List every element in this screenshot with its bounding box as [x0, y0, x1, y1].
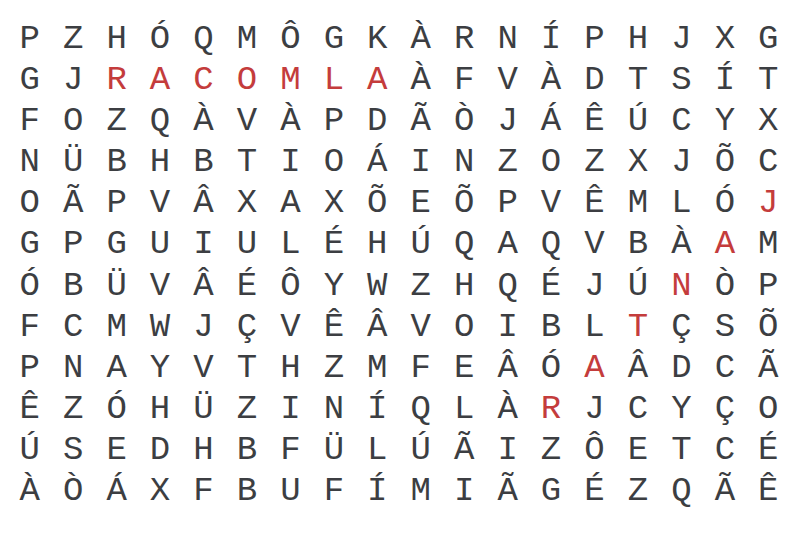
- grid-cell[interactable]: P: [747, 265, 790, 306]
- grid-cell[interactable]: Ó: [8, 265, 51, 306]
- grid-cell[interactable]: O: [8, 183, 51, 224]
- grid-cell[interactable]: Á: [356, 142, 399, 183]
- grid-cell[interactable]: G: [95, 224, 138, 265]
- grid-cell[interactable]: M: [269, 59, 312, 100]
- grid-cell[interactable]: P: [312, 100, 355, 141]
- grid-cell[interactable]: Q: [529, 224, 572, 265]
- grid-cell[interactable]: J: [747, 183, 790, 224]
- grid-cell[interactable]: C: [703, 347, 746, 388]
- grid-cell[interactable]: U: [225, 224, 268, 265]
- grid-cell[interactable]: X: [225, 183, 268, 224]
- grid-cell[interactable]: M: [356, 347, 399, 388]
- grid-cell[interactable]: B: [51, 265, 94, 306]
- grid-cell[interactable]: Í: [703, 59, 746, 100]
- grid-cell[interactable]: É: [747, 430, 790, 471]
- grid-cell[interactable]: À: [8, 471, 51, 512]
- grid-cell[interactable]: F: [442, 59, 485, 100]
- grid-cell[interactable]: P: [486, 183, 529, 224]
- grid-cell[interactable]: Ó: [95, 389, 138, 430]
- grid-cell[interactable]: D: [573, 59, 616, 100]
- grid-cell[interactable]: S: [51, 430, 94, 471]
- grid-cell[interactable]: Ü: [312, 430, 355, 471]
- grid-cell[interactable]: Q: [182, 18, 225, 59]
- grid-cell[interactable]: Â: [356, 306, 399, 347]
- grid-cell[interactable]: C: [51, 306, 94, 347]
- grid-cell[interactable]: À: [529, 59, 572, 100]
- grid-cell[interactable]: G: [8, 224, 51, 265]
- grid-cell[interactable]: X: [312, 183, 355, 224]
- grid-cell[interactable]: Z: [399, 265, 442, 306]
- grid-cell[interactable]: Ô: [269, 265, 312, 306]
- grid-cell[interactable]: Ã: [51, 183, 94, 224]
- grid-cell[interactable]: K: [356, 18, 399, 59]
- grid-cell[interactable]: Z: [51, 18, 94, 59]
- grid-cell[interactable]: V: [529, 183, 572, 224]
- grid-cell[interactable]: D: [138, 430, 181, 471]
- grid-cell[interactable]: B: [182, 142, 225, 183]
- grid-cell[interactable]: H: [269, 347, 312, 388]
- grid-cell[interactable]: E: [616, 430, 659, 471]
- grid-cell[interactable]: X: [138, 471, 181, 512]
- grid-cell[interactable]: H: [616, 18, 659, 59]
- grid-cell[interactable]: T: [225, 347, 268, 388]
- grid-cell[interactable]: R: [442, 18, 485, 59]
- grid-cell[interactable]: É: [529, 265, 572, 306]
- grid-cell[interactable]: I: [486, 430, 529, 471]
- grid-cell[interactable]: L: [356, 430, 399, 471]
- grid-cell[interactable]: R: [529, 389, 572, 430]
- grid-cell[interactable]: I: [269, 142, 312, 183]
- grid-cell[interactable]: F: [312, 471, 355, 512]
- grid-cell[interactable]: Q: [138, 100, 181, 141]
- grid-cell[interactable]: Ê: [573, 100, 616, 141]
- grid-cell[interactable]: I: [486, 306, 529, 347]
- grid-cell[interactable]: I: [182, 224, 225, 265]
- grid-cell[interactable]: A: [486, 224, 529, 265]
- grid-cell[interactable]: Y: [138, 347, 181, 388]
- grid-cell[interactable]: Z: [95, 100, 138, 141]
- grid-cell[interactable]: O: [529, 142, 572, 183]
- grid-cell[interactable]: H: [182, 430, 225, 471]
- grid-cell[interactable]: R: [95, 59, 138, 100]
- grid-cell[interactable]: É: [573, 471, 616, 512]
- grid-cell[interactable]: X: [703, 18, 746, 59]
- grid-cell[interactable]: S: [660, 59, 703, 100]
- grid-cell[interactable]: N: [660, 265, 703, 306]
- grid-cell[interactable]: Y: [660, 389, 703, 430]
- grid-cell[interactable]: Ó: [703, 183, 746, 224]
- grid-cell[interactable]: J: [51, 59, 94, 100]
- grid-cell[interactable]: À: [269, 100, 312, 141]
- grid-cell[interactable]: W: [138, 306, 181, 347]
- grid-cell[interactable]: M: [95, 306, 138, 347]
- grid-cell[interactable]: A: [95, 347, 138, 388]
- grid-cell[interactable]: Ê: [573, 183, 616, 224]
- grid-cell[interactable]: Z: [573, 142, 616, 183]
- grid-cell[interactable]: W: [356, 265, 399, 306]
- grid-cell[interactable]: V: [138, 265, 181, 306]
- grid-cell[interactable]: D: [356, 100, 399, 141]
- grid-cell[interactable]: F: [8, 100, 51, 141]
- grid-cell[interactable]: P: [8, 18, 51, 59]
- grid-cell[interactable]: Í: [529, 18, 572, 59]
- grid-cell[interactable]: B: [225, 471, 268, 512]
- grid-cell[interactable]: O: [225, 59, 268, 100]
- grid-cell[interactable]: B: [95, 142, 138, 183]
- grid-cell[interactable]: A: [573, 347, 616, 388]
- grid-cell[interactable]: É: [225, 265, 268, 306]
- grid-cell[interactable]: Á: [529, 100, 572, 141]
- grid-cell[interactable]: F: [269, 430, 312, 471]
- grid-cell[interactable]: A: [703, 224, 746, 265]
- grid-cell[interactable]: M: [616, 183, 659, 224]
- grid-cell[interactable]: Q: [660, 471, 703, 512]
- grid-cell[interactable]: Ú: [616, 265, 659, 306]
- grid-cell[interactable]: T: [225, 142, 268, 183]
- grid-cell[interactable]: P: [8, 347, 51, 388]
- grid-cell[interactable]: C: [703, 430, 746, 471]
- grid-cell[interactable]: Z: [486, 142, 529, 183]
- grid-cell[interactable]: P: [51, 224, 94, 265]
- grid-cell[interactable]: E: [442, 347, 485, 388]
- grid-cell[interactable]: Z: [312, 347, 355, 388]
- grid-cell[interactable]: J: [660, 142, 703, 183]
- grid-cell[interactable]: A: [356, 59, 399, 100]
- grid-cell[interactable]: O: [747, 389, 790, 430]
- grid-cell[interactable]: H: [138, 142, 181, 183]
- grid-cell[interactable]: P: [95, 183, 138, 224]
- grid-cell[interactable]: G: [529, 471, 572, 512]
- grid-cell[interactable]: X: [747, 100, 790, 141]
- grid-cell[interactable]: Â: [182, 265, 225, 306]
- grid-cell[interactable]: Ú: [399, 430, 442, 471]
- word-search-grid: PZHÓQMÔGKÀRNÍPHJXGGJRACOMLAÀFVÀDTSÍTFOZQ…: [8, 18, 790, 512]
- grid-cell[interactable]: H: [138, 389, 181, 430]
- grid-cell[interactable]: N: [486, 18, 529, 59]
- grid-cell[interactable]: Ò: [51, 471, 94, 512]
- grid-cell[interactable]: Z: [529, 430, 572, 471]
- grid-cell[interactable]: M: [225, 18, 268, 59]
- grid-cell[interactable]: N: [8, 142, 51, 183]
- grid-cell[interactable]: Ó: [138, 18, 181, 59]
- grid-cell[interactable]: L: [269, 224, 312, 265]
- grid-cell[interactable]: À: [399, 59, 442, 100]
- grid-cell[interactable]: U: [269, 471, 312, 512]
- grid-cell[interactable]: Ã: [399, 100, 442, 141]
- grid-cell[interactable]: A: [269, 183, 312, 224]
- grid-cell[interactable]: I: [269, 389, 312, 430]
- grid-cell[interactable]: M: [399, 471, 442, 512]
- grid-cell[interactable]: Â: [616, 347, 659, 388]
- grid-cell[interactable]: Í: [356, 389, 399, 430]
- grid-cell[interactable]: O: [442, 306, 485, 347]
- grid-cell[interactable]: H: [442, 265, 485, 306]
- grid-cell[interactable]: Ü: [51, 142, 94, 183]
- grid-cell[interactable]: B: [529, 306, 572, 347]
- grid-cell[interactable]: À: [486, 389, 529, 430]
- grid-cell[interactable]: Ó: [529, 347, 572, 388]
- grid-cell[interactable]: E: [95, 430, 138, 471]
- grid-cell[interactable]: Á: [95, 471, 138, 512]
- grid-cell[interactable]: Ã: [442, 430, 485, 471]
- grid-cell[interactable]: U: [138, 224, 181, 265]
- grid-cell[interactable]: S: [703, 306, 746, 347]
- grid-cell[interactable]: À: [399, 18, 442, 59]
- grid-cell[interactable]: G: [312, 18, 355, 59]
- grid-cell[interactable]: X: [616, 142, 659, 183]
- grid-cell[interactable]: V: [269, 306, 312, 347]
- grid-cell[interactable]: Q: [486, 265, 529, 306]
- grid-cell[interactable]: O: [51, 100, 94, 141]
- grid-cell[interactable]: F: [8, 306, 51, 347]
- grid-cell[interactable]: Ü: [182, 389, 225, 430]
- grid-cell[interactable]: O: [312, 142, 355, 183]
- grid-cell[interactable]: Ê: [312, 306, 355, 347]
- grid-cell[interactable]: V: [225, 100, 268, 141]
- grid-cell[interactable]: Â: [486, 347, 529, 388]
- grid-cell[interactable]: V: [573, 224, 616, 265]
- grid-cell[interactable]: M: [747, 224, 790, 265]
- grid-cell[interactable]: I: [442, 471, 485, 512]
- grid-cell[interactable]: Ç: [660, 306, 703, 347]
- grid-cell[interactable]: B: [225, 430, 268, 471]
- grid-cell[interactable]: Â: [182, 183, 225, 224]
- grid-cell[interactable]: Ô: [269, 18, 312, 59]
- grid-cell[interactable]: C: [616, 389, 659, 430]
- grid-cell[interactable]: J: [573, 265, 616, 306]
- grid-cell[interactable]: H: [356, 224, 399, 265]
- grid-cell[interactable]: Ú: [399, 224, 442, 265]
- grid-cell[interactable]: Ü: [95, 265, 138, 306]
- grid-cell[interactable]: À: [660, 224, 703, 265]
- grid-cell[interactable]: Ã: [703, 471, 746, 512]
- grid-cell[interactable]: F: [399, 347, 442, 388]
- grid-cell[interactable]: Q: [442, 224, 485, 265]
- grid-cell[interactable]: Õ: [703, 142, 746, 183]
- grid-cell[interactable]: L: [573, 306, 616, 347]
- grid-cell[interactable]: Ú: [8, 430, 51, 471]
- grid-cell[interactable]: A: [138, 59, 181, 100]
- grid-cell[interactable]: Z: [51, 389, 94, 430]
- grid-cell[interactable]: T: [747, 59, 790, 100]
- grid-cell[interactable]: J: [486, 100, 529, 141]
- grid-cell[interactable]: Q: [399, 389, 442, 430]
- grid-cell[interactable]: J: [573, 389, 616, 430]
- grid-cell[interactable]: E: [399, 183, 442, 224]
- grid-cell[interactable]: Ò: [703, 265, 746, 306]
- grid-cell[interactable]: N: [51, 347, 94, 388]
- grid-cell[interactable]: Y: [312, 265, 355, 306]
- grid-cell[interactable]: F: [182, 471, 225, 512]
- grid-cell[interactable]: L: [442, 389, 485, 430]
- grid-cell[interactable]: Ã: [747, 347, 790, 388]
- grid-cell[interactable]: Ã: [486, 471, 529, 512]
- grid-cell[interactable]: T: [660, 430, 703, 471]
- grid-cell[interactable]: Õ: [356, 183, 399, 224]
- grid-cell[interactable]: V: [486, 59, 529, 100]
- grid-cell[interactable]: Ú: [616, 100, 659, 141]
- grid-cell[interactable]: N: [442, 142, 485, 183]
- grid-cell[interactable]: Ç: [703, 389, 746, 430]
- grid-cell[interactable]: L: [660, 183, 703, 224]
- grid-cell[interactable]: G: [747, 18, 790, 59]
- grid-cell[interactable]: Ô: [573, 430, 616, 471]
- grid-cell[interactable]: C: [182, 59, 225, 100]
- grid-cell[interactable]: V: [182, 347, 225, 388]
- grid-cell[interactable]: Ç: [225, 306, 268, 347]
- grid-cell[interactable]: N: [312, 389, 355, 430]
- grid-cell[interactable]: V: [138, 183, 181, 224]
- grid-cell[interactable]: Z: [616, 471, 659, 512]
- grid-cell[interactable]: B: [616, 224, 659, 265]
- grid-cell[interactable]: P: [573, 18, 616, 59]
- grid-cell[interactable]: T: [616, 59, 659, 100]
- grid-cell[interactable]: J: [182, 306, 225, 347]
- grid-cell[interactable]: Z: [225, 389, 268, 430]
- grid-cell[interactable]: C: [747, 142, 790, 183]
- grid-cell[interactable]: J: [660, 18, 703, 59]
- grid-cell[interactable]: Í: [356, 471, 399, 512]
- grid-cell[interactable]: É: [312, 224, 355, 265]
- grid-cell[interactable]: Õ: [747, 306, 790, 347]
- grid-cell[interactable]: H: [95, 18, 138, 59]
- grid-cell[interactable]: I: [399, 142, 442, 183]
- grid-cell[interactable]: T: [616, 306, 659, 347]
- grid-cell[interactable]: Ò: [442, 100, 485, 141]
- grid-cell[interactable]: G: [8, 59, 51, 100]
- grid-cell[interactable]: Ê: [8, 389, 51, 430]
- grid-cell[interactable]: D: [660, 347, 703, 388]
- grid-cell[interactable]: Õ: [442, 183, 485, 224]
- grid-cell[interactable]: C: [660, 100, 703, 141]
- grid-cell[interactable]: Y: [703, 100, 746, 141]
- grid-cell[interactable]: Ê: [747, 471, 790, 512]
- grid-cell[interactable]: L: [312, 59, 355, 100]
- grid-cell[interactable]: V: [399, 306, 442, 347]
- grid-cell[interactable]: À: [182, 100, 225, 141]
